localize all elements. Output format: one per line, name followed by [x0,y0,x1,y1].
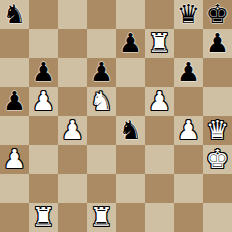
square-e4[interactable]: ♞ [116,116,145,145]
square-c4[interactable]: ♟ [58,116,87,145]
black-knight[interactable]: ♞ [119,116,142,145]
square-f6[interactable] [145,58,174,87]
square-c3[interactable] [58,145,87,174]
square-a3[interactable]: ♟ [0,145,29,174]
white-knight[interactable]: ♞ [90,87,113,116]
square-b7[interactable] [29,29,58,58]
square-e6[interactable] [116,58,145,87]
square-g5[interactable] [174,87,203,116]
black-pawn[interactable]: ♟ [177,58,200,87]
white-queen[interactable]: ♛ [206,116,229,145]
square-c8[interactable] [58,0,87,29]
square-a4[interactable] [0,116,29,145]
white-pawn[interactable]: ♟ [148,87,171,116]
black-pawn[interactable]: ♟ [90,58,113,87]
square-e8[interactable] [116,0,145,29]
black-knight[interactable]: ♞ [3,0,26,29]
square-h2[interactable] [203,174,232,203]
square-d7[interactable] [87,29,116,58]
square-d3[interactable] [87,145,116,174]
black-king[interactable]: ♚ [206,0,229,29]
square-h8[interactable]: ♚ [203,0,232,29]
square-b5[interactable]: ♟ [29,87,58,116]
square-c7[interactable] [58,29,87,58]
square-h7[interactable]: ♟ [203,29,232,58]
square-f4[interactable] [145,116,174,145]
square-b6[interactable]: ♟ [29,58,58,87]
square-b1[interactable]: ♜ [29,203,58,232]
square-c6[interactable] [58,58,87,87]
black-pawn[interactable]: ♟ [119,29,142,58]
white-pawn[interactable]: ♟ [177,116,200,145]
square-a8[interactable]: ♞ [0,0,29,29]
white-king[interactable]: ♚ [206,145,229,174]
square-b4[interactable] [29,116,58,145]
square-g8[interactable]: ♛ [174,0,203,29]
square-g7[interactable] [174,29,203,58]
square-b2[interactable] [29,174,58,203]
square-e5[interactable] [116,87,145,116]
square-e1[interactable] [116,203,145,232]
square-f5[interactable]: ♟ [145,87,174,116]
square-f7[interactable]: ♜ [145,29,174,58]
chess-board: ♞♛♚♟♜♟♟♟♟♟♟♞♟♟♞♟♛♟♚♜♜ [0,0,232,232]
square-f3[interactable] [145,145,174,174]
square-f8[interactable] [145,0,174,29]
white-rook[interactable]: ♜ [148,29,171,58]
square-g2[interactable] [174,174,203,203]
square-a7[interactable] [0,29,29,58]
square-d6[interactable]: ♟ [87,58,116,87]
square-a6[interactable] [0,58,29,87]
square-d4[interactable] [87,116,116,145]
square-f1[interactable] [145,203,174,232]
square-b8[interactable] [29,0,58,29]
square-h3[interactable]: ♚ [203,145,232,174]
square-h6[interactable] [203,58,232,87]
square-c1[interactable] [58,203,87,232]
black-pawn[interactable]: ♟ [206,29,229,58]
square-g3[interactable] [174,145,203,174]
square-c5[interactable] [58,87,87,116]
white-pawn[interactable]: ♟ [3,145,26,174]
square-d5[interactable]: ♞ [87,87,116,116]
square-h4[interactable]: ♛ [203,116,232,145]
square-h5[interactable] [203,87,232,116]
square-d1[interactable]: ♜ [87,203,116,232]
black-pawn[interactable]: ♟ [3,87,26,116]
square-c2[interactable] [58,174,87,203]
black-pawn[interactable]: ♟ [32,58,55,87]
square-g6[interactable]: ♟ [174,58,203,87]
white-rook[interactable]: ♜ [32,203,55,232]
square-b3[interactable] [29,145,58,174]
square-a5[interactable]: ♟ [0,87,29,116]
square-e7[interactable]: ♟ [116,29,145,58]
square-f2[interactable] [145,174,174,203]
square-d8[interactable] [87,0,116,29]
square-a1[interactable] [0,203,29,232]
square-a2[interactable] [0,174,29,203]
white-rook[interactable]: ♜ [90,203,113,232]
square-e2[interactable] [116,174,145,203]
square-g1[interactable] [174,203,203,232]
black-queen[interactable]: ♛ [177,0,200,29]
square-e3[interactable] [116,145,145,174]
square-h1[interactable] [203,203,232,232]
white-pawn[interactable]: ♟ [61,116,84,145]
white-pawn[interactable]: ♟ [32,87,55,116]
square-d2[interactable] [87,174,116,203]
square-g4[interactable]: ♟ [174,116,203,145]
